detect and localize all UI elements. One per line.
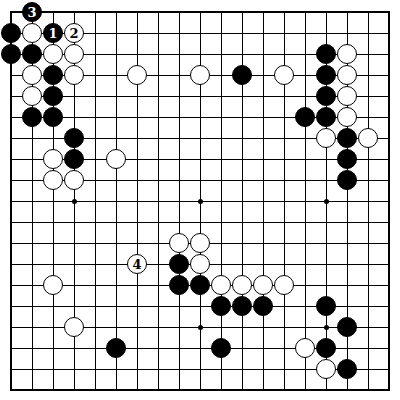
black-stone <box>64 128 84 148</box>
white-stone <box>316 359 336 379</box>
black-stone <box>295 107 315 127</box>
white-stone <box>337 107 357 127</box>
move-number-label: 2 <box>69 27 78 40</box>
black-stone <box>190 275 210 295</box>
white-stone <box>211 275 231 295</box>
white-stone <box>43 275 63 295</box>
go-board: 3124 <box>0 0 400 400</box>
white-stone <box>22 65 42 85</box>
black-stone <box>211 338 231 358</box>
white-stone <box>337 44 357 64</box>
white-stone <box>64 170 84 190</box>
star-point <box>324 325 329 330</box>
grid-line-vertical <box>263 11 264 391</box>
white-stone <box>64 65 84 85</box>
white-stone <box>190 233 210 253</box>
black-stone <box>43 86 63 106</box>
black-stone <box>64 149 84 169</box>
white-stone <box>274 65 294 85</box>
move-number-label: 4 <box>132 258 141 271</box>
star-point <box>198 199 203 204</box>
white-stone <box>316 128 336 148</box>
white-stone <box>106 149 126 169</box>
white-stone <box>169 233 189 253</box>
white-stone <box>64 44 84 64</box>
white-stone <box>190 65 210 85</box>
black-stone <box>316 338 336 358</box>
black-stone <box>316 44 336 64</box>
black-stone <box>316 107 336 127</box>
black-stone <box>316 65 336 85</box>
star-point <box>198 325 203 330</box>
white-stone <box>337 86 357 106</box>
white-stone <box>295 338 315 358</box>
star-point <box>72 199 77 204</box>
black-stone <box>337 170 357 190</box>
black-stone <box>169 275 189 295</box>
black-stone <box>1 44 21 64</box>
grid-line-horizontal <box>10 389 390 391</box>
white-stone <box>64 317 84 337</box>
black-stone <box>43 107 63 127</box>
white-stone <box>253 275 273 295</box>
move-number-label: 1 <box>48 27 57 40</box>
white-stone <box>22 86 42 106</box>
white-stone <box>232 275 252 295</box>
white-stone <box>337 65 357 85</box>
black-stone <box>337 128 357 148</box>
white-stone <box>22 23 42 43</box>
white-stone: 4 <box>127 254 147 274</box>
black-stone <box>232 296 252 316</box>
black-stone <box>337 317 357 337</box>
white-stone <box>274 275 294 295</box>
white-stone <box>358 128 378 148</box>
black-stone <box>253 296 273 316</box>
black-stone <box>337 149 357 169</box>
black-stone <box>106 338 126 358</box>
grid-line-vertical <box>388 11 390 391</box>
white-stone <box>43 170 63 190</box>
grid-line-horizontal <box>10 222 390 223</box>
black-stone <box>232 65 252 85</box>
white-stone <box>43 44 63 64</box>
grid-line-vertical <box>368 11 369 391</box>
move-number-label: 3 <box>27 6 36 19</box>
black-stone <box>1 23 21 43</box>
black-stone <box>316 86 336 106</box>
black-stone <box>22 44 42 64</box>
white-stone: 2 <box>64 23 84 43</box>
black-stone: 1 <box>43 23 63 43</box>
star-point <box>324 199 329 204</box>
black-stone <box>211 296 231 316</box>
white-stone <box>190 254 210 274</box>
grid-line-vertical <box>305 11 306 391</box>
black-stone <box>22 107 42 127</box>
grid-line-vertical <box>221 11 222 391</box>
black-stone <box>169 254 189 274</box>
black-stone: 3 <box>22 2 42 22</box>
black-stone <box>43 65 63 85</box>
black-stone <box>316 296 336 316</box>
white-stone <box>43 149 63 169</box>
white-stone <box>127 65 147 85</box>
black-stone <box>337 359 357 379</box>
